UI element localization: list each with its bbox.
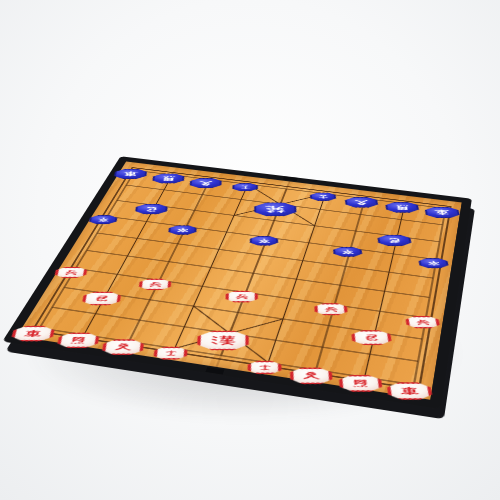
chariot-glyph-icon — [121, 171, 140, 176]
general-glyph-icon — [263, 205, 288, 213]
advisor-glyph-icon — [238, 185, 252, 189]
pawn-glyph-icon — [340, 249, 356, 254]
pawn-glyph-icon — [425, 260, 442, 265]
advisor-glyph-icon — [316, 195, 330, 199]
elephant-glyph-icon — [352, 199, 371, 205]
chariot-glyph-icon — [432, 209, 452, 215]
pawn-glyph-icon — [175, 228, 190, 233]
horse-glyph-icon — [392, 204, 411, 210]
cannon-glyph-icon — [142, 206, 160, 212]
horse-glyph-icon — [159, 176, 177, 181]
piece-face — [250, 236, 278, 245]
product-photo-janggi-set: { "game": { "name": "Janggi (Korean ches… — [0, 0, 500, 500]
cannon-glyph-icon — [384, 237, 403, 243]
elephant-glyph-icon — [197, 180, 215, 185]
pawn-glyph-icon — [95, 217, 111, 222]
pawn-glyph-icon — [256, 238, 271, 243]
